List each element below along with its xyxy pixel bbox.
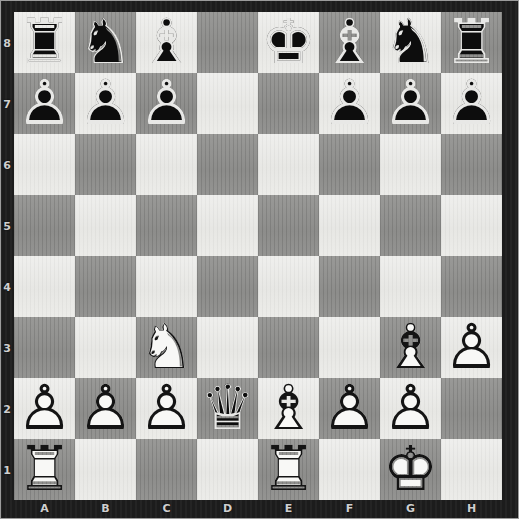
piece-outline-glyph: ♖ [17, 11, 73, 72]
piece-outline-glyph: ♔ [383, 438, 439, 499]
piece-white-bishop-g3[interactable]: ♝♗ [380, 316, 441, 377]
square-g1[interactable]: ♚♔ [380, 439, 441, 500]
square-d5[interactable] [197, 195, 258, 256]
piece-outline-glyph: ♙ [444, 316, 500, 377]
square-g3[interactable]: ♝♗ [380, 317, 441, 378]
square-b3[interactable] [75, 317, 136, 378]
square-c2[interactable]: ♟♙ [136, 378, 197, 439]
piece-white-bishop-e2[interactable]: ♝♗ [258, 377, 319, 438]
square-f1[interactable] [319, 439, 380, 500]
square-b2[interactable]: ♟♙ [75, 378, 136, 439]
square-e7[interactable] [258, 73, 319, 134]
piece-white-king-g1[interactable]: ♚♔ [380, 438, 441, 499]
piece-outline-glyph: ♘ [383, 11, 439, 72]
piece-outline-glyph: ♙ [139, 72, 195, 133]
square-g7[interactable]: ♟♙ [380, 73, 441, 134]
square-g6[interactable] [380, 134, 441, 195]
piece-white-rook-e1[interactable]: ♜♖ [258, 438, 319, 499]
square-h7[interactable]: ♟♙ [441, 73, 502, 134]
rank-label-2: 2 [0, 402, 14, 415]
square-h2[interactable] [441, 378, 502, 439]
square-c3[interactable]: ♞♘ [136, 317, 197, 378]
square-e1[interactable]: ♜♖ [258, 439, 319, 500]
file-label-f: F [319, 501, 380, 518]
square-e8[interactable]: ♚♔ [258, 12, 319, 73]
piece-outline-glyph: ♔ [261, 11, 317, 72]
square-c1[interactable] [136, 439, 197, 500]
square-h1[interactable] [441, 439, 502, 500]
piece-black-knight-g8[interactable]: ♞♘ [380, 11, 441, 72]
file-label-e: E [258, 501, 319, 518]
piece-outline-glyph: ♖ [261, 438, 317, 499]
piece-black-rook-a8[interactable]: ♜♖ [14, 11, 75, 72]
piece-black-bishop-c8[interactable]: ♝♗ [136, 11, 197, 72]
square-g8[interactable]: ♞♘ [380, 12, 441, 73]
square-d8[interactable] [197, 12, 258, 73]
square-b4[interactable] [75, 256, 136, 317]
piece-outline-glyph: ♕ [200, 377, 256, 438]
piece-white-pawn-f2[interactable]: ♟♙ [319, 377, 380, 438]
square-e4[interactable] [258, 256, 319, 317]
square-f6[interactable] [319, 134, 380, 195]
square-g5[interactable] [380, 195, 441, 256]
piece-black-bishop-f8[interactable]: ♝♗ [319, 11, 380, 72]
file-label-a: A [14, 501, 75, 518]
piece-outline-glyph: ♙ [322, 377, 378, 438]
piece-black-rook-h8[interactable]: ♜♖ [441, 11, 502, 72]
piece-white-rook-a1[interactable]: ♜♖ [14, 438, 75, 499]
rank-label-1: 1 [0, 463, 14, 476]
piece-black-pawn-a7[interactable]: ♟♙ [14, 72, 75, 133]
square-f3[interactable] [319, 317, 380, 378]
piece-outline-glyph: ♗ [383, 316, 439, 377]
file-label-h: H [441, 501, 502, 518]
square-b6[interactable] [75, 134, 136, 195]
piece-outline-glyph: ♙ [78, 72, 134, 133]
piece-outline-glyph: ♗ [139, 11, 195, 72]
square-e2[interactable]: ♝♗ [258, 378, 319, 439]
square-f8[interactable]: ♝♗ [319, 12, 380, 73]
square-h3[interactable]: ♟♙ [441, 317, 502, 378]
piece-outline-glyph: ♙ [78, 377, 134, 438]
piece-outline-glyph: ♘ [139, 316, 195, 377]
piece-white-knight-c3[interactable]: ♞♘ [136, 316, 197, 377]
piece-white-pawn-c2[interactable]: ♟♙ [136, 377, 197, 438]
piece-black-pawn-g7[interactable]: ♟♙ [380, 72, 441, 133]
square-d2[interactable]: ♛♕ [197, 378, 258, 439]
piece-black-pawn-c7[interactable]: ♟♙ [136, 72, 197, 133]
square-h8[interactable]: ♜♖ [441, 12, 502, 73]
piece-outline-glyph: ♖ [17, 438, 73, 499]
square-g2[interactable]: ♟♙ [380, 378, 441, 439]
file-label-g: G [380, 501, 441, 518]
square-c4[interactable] [136, 256, 197, 317]
rank-label-4: 4 [0, 280, 14, 293]
square-h4[interactable] [441, 256, 502, 317]
square-b8[interactable]: ♞♘ [75, 12, 136, 73]
file-label-d: D [197, 501, 258, 518]
chessboard-frame: ♜♖♞♘♝♗♚♔♝♗♞♘♜♖♟♙♟♙♟♙♟♙♟♙♟♙♞♘♝♗♟♙♟♙♟♙♟♙♛♕… [0, 0, 519, 519]
piece-outline-glyph: ♙ [383, 377, 439, 438]
square-c8[interactable]: ♝♗ [136, 12, 197, 73]
square-f2[interactable]: ♟♙ [319, 378, 380, 439]
piece-black-pawn-f7[interactable]: ♟♙ [319, 72, 380, 133]
piece-outline-glyph: ♙ [17, 377, 73, 438]
piece-white-pawn-a2[interactable]: ♟♙ [14, 377, 75, 438]
square-f4[interactable] [319, 256, 380, 317]
square-e6[interactable] [258, 134, 319, 195]
square-c6[interactable] [136, 134, 197, 195]
square-h5[interactable] [441, 195, 502, 256]
square-f7[interactable]: ♟♙ [319, 73, 380, 134]
piece-outline-glyph: ♙ [17, 72, 73, 133]
piece-outline-glyph: ♙ [139, 377, 195, 438]
square-a7[interactable]: ♟♙ [14, 73, 75, 134]
square-d4[interactable] [197, 256, 258, 317]
square-c5[interactable] [136, 195, 197, 256]
square-a3[interactable] [14, 317, 75, 378]
square-f5[interactable] [319, 195, 380, 256]
square-d7[interactable] [197, 73, 258, 134]
square-e3[interactable] [258, 317, 319, 378]
square-a1[interactable]: ♜♖ [14, 439, 75, 500]
square-a4[interactable] [14, 256, 75, 317]
square-c7[interactable]: ♟♙ [136, 73, 197, 134]
piece-outline-glyph: ♙ [383, 72, 439, 133]
square-g4[interactable] [380, 256, 441, 317]
square-d3[interactable] [197, 317, 258, 378]
rank-label-3: 3 [0, 341, 14, 354]
square-a5[interactable] [14, 195, 75, 256]
square-d6[interactable] [197, 134, 258, 195]
piece-outline-glyph: ♙ [444, 72, 500, 133]
chessboard: ♜♖♞♘♝♗♚♔♝♗♞♘♜♖♟♙♟♙♟♙♟♙♟♙♟♙♞♘♝♗♟♙♟♙♟♙♟♙♛♕… [14, 12, 502, 500]
piece-black-pawn-b7[interactable]: ♟♙ [75, 72, 136, 133]
square-a8[interactable]: ♜♖ [14, 12, 75, 73]
square-b5[interactable] [75, 195, 136, 256]
square-b1[interactable] [75, 439, 136, 500]
piece-white-pawn-b2[interactable]: ♟♙ [75, 377, 136, 438]
piece-black-knight-b8[interactable]: ♞♘ [75, 11, 136, 72]
piece-outline-glyph: ♘ [78, 11, 134, 72]
piece-black-queen-d2[interactable]: ♛♕ [197, 377, 258, 438]
square-b7[interactable]: ♟♙ [75, 73, 136, 134]
rank-label-6: 6 [0, 158, 14, 171]
piece-white-pawn-h3[interactable]: ♟♙ [441, 316, 502, 377]
square-e5[interactable] [258, 195, 319, 256]
piece-black-pawn-h7[interactable]: ♟♙ [441, 72, 502, 133]
file-label-b: B [75, 501, 136, 518]
file-label-c: C [136, 501, 197, 518]
square-a2[interactable]: ♟♙ [14, 378, 75, 439]
piece-outline-glyph: ♙ [322, 72, 378, 133]
rank-label-5: 5 [0, 219, 14, 232]
piece-white-pawn-g2[interactable]: ♟♙ [380, 377, 441, 438]
rank-label-8: 8 [0, 36, 14, 49]
piece-outline-glyph: ♗ [322, 11, 378, 72]
piece-black-king-e8[interactable]: ♚♔ [258, 11, 319, 72]
square-h6[interactable] [441, 134, 502, 195]
rank-label-7: 7 [0, 97, 14, 110]
piece-outline-glyph: ♖ [444, 11, 500, 72]
piece-outline-glyph: ♗ [261, 377, 317, 438]
square-d1[interactable] [197, 439, 258, 500]
square-a6[interactable] [14, 134, 75, 195]
